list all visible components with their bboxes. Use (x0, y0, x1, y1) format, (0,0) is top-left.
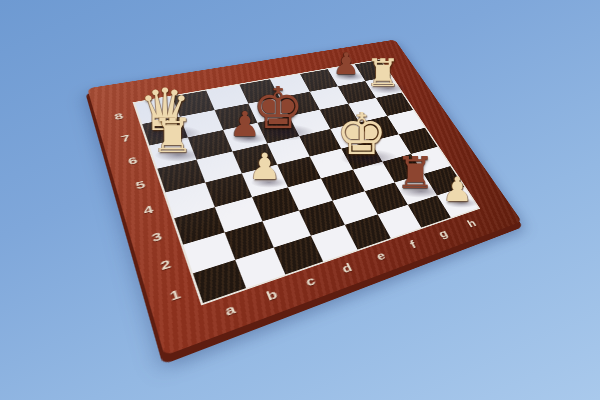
piece-black-rook-g2[interactable]: ♜ (394, 151, 438, 195)
piece-black-pawn-c6[interactable]: ♟ (228, 107, 263, 142)
file-label-h: h (454, 213, 489, 233)
chess-scene: 87654321 abcdefgh ♟♜♚♛♟♜♚♟♜♟ (0, 0, 600, 400)
rank-label-2: 2 (149, 254, 181, 276)
piece-white-pawn-h1[interactable]: ♟ (440, 173, 474, 207)
piece-white-king-f4[interactable]: ♚ (333, 106, 390, 163)
piece-black-pawn-g8[interactable]: ♟ (331, 49, 361, 79)
piece-white-rook-h7[interactable]: ♜ (364, 54, 402, 92)
piece-white-rook-a6[interactable]: ♜ (149, 112, 196, 159)
rank-label-8: 8 (105, 109, 133, 123)
rank-label-6: 6 (118, 152, 147, 168)
rank-label-1: 1 (158, 283, 191, 306)
rank-label-5: 5 (125, 176, 155, 193)
piece-white-pawn-c4[interactable]: ♟ (247, 149, 283, 185)
rank-label-3: 3 (141, 226, 173, 246)
rank-label-4: 4 (133, 200, 164, 219)
